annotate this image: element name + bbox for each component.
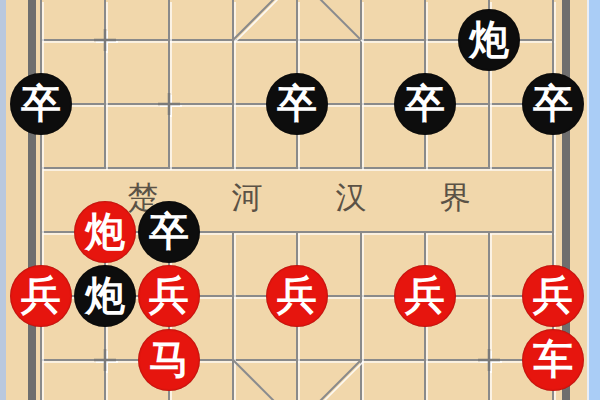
piece-red-chariot[interactable]: 车 (522, 329, 584, 391)
piece-black-cannon[interactable]: 炮 (458, 9, 520, 71)
piece-red-soldier[interactable]: 兵 (10, 265, 72, 327)
piece-red-cannon[interactable]: 炮 (74, 201, 136, 263)
piece-black-soldier[interactable]: 卒 (266, 73, 328, 135)
piece-black-soldier[interactable]: 卒 (394, 73, 456, 135)
piece-red-soldier[interactable]: 兵 (522, 265, 584, 327)
river-label: 河 (232, 177, 263, 219)
piece-red-soldier[interactable]: 兵 (394, 265, 456, 327)
piece-black-soldier[interactable]: 卒 (138, 201, 200, 263)
piece-red-soldier[interactable]: 兵 (266, 265, 328, 327)
piece-black-soldier[interactable]: 卒 (522, 73, 584, 135)
river-label: 界 (440, 177, 471, 219)
piece-black-soldier[interactable]: 卒 (10, 73, 72, 135)
xiangqi-app-window: 楚河汉界 炮卒卒卒卒炮卒兵炮兵兵兵兵马车 (0, 0, 600, 400)
piece-black-cannon[interactable]: 炮 (74, 265, 136, 327)
piece-red-soldier[interactable]: 兵 (138, 265, 200, 327)
river-label: 汉 (336, 177, 367, 219)
piece-red-horse[interactable]: 马 (138, 329, 200, 391)
